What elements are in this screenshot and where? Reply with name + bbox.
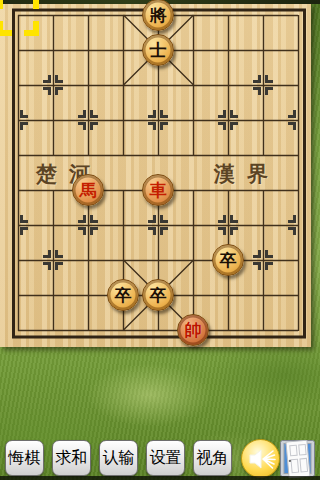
piece-black-soldier[interactable]: 卒 — [142, 279, 174, 311]
resign-button[interactable]: 认输 — [99, 440, 138, 476]
settings-button[interactable]: 设置 — [146, 440, 185, 476]
piece-grid: 將士馬車卒卒卒帥 — [1, 0, 316, 348]
piece-black-soldier[interactable]: 卒 — [107, 279, 139, 311]
piece-black-soldier[interactable]: 卒 — [212, 244, 244, 276]
piece-red-general[interactable]: 帥 — [177, 314, 209, 346]
cursor-corner-icon — [0, 21, 12, 36]
exit-button[interactable] — [280, 440, 316, 478]
piece-black-advisor[interactable]: 士 — [142, 34, 174, 66]
cursor-marker — [0, 0, 39, 36]
piece-red-chariot[interactable]: 車 — [142, 174, 174, 206]
speaker-on-icon — [244, 442, 278, 476]
xiangqi-board[interactable]: 楚河 漢界 將士馬車卒卒卒帥 — [0, 4, 311, 347]
cursor-corner-icon — [24, 0, 39, 9]
piece-black-general[interactable]: 將 — [142, 0, 174, 31]
piece-red-horse[interactable]: 馬 — [72, 174, 104, 206]
view-button[interactable]: 视角 — [193, 440, 232, 476]
sound-button[interactable] — [241, 439, 280, 478]
draw-button[interactable]: 求和 — [52, 440, 91, 476]
open-door-icon — [280, 440, 316, 478]
bottom-toolbar: 悔棋 求和 认输 设置 视角 — [5, 440, 232, 476]
cursor-corner-icon — [24, 21, 39, 36]
undo-button[interactable]: 悔棋 — [5, 440, 44, 476]
cursor-corner-icon — [0, 0, 12, 9]
game-screen: 楚河 漢界 將士馬車卒卒卒帥 悔棋 求和 认输 设置 视角 — [0, 0, 320, 480]
